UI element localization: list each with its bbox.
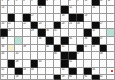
block-cell bbox=[31, 22, 39, 30]
crossword-cell[interactable] bbox=[38, 52, 46, 60]
crossword-cell[interactable] bbox=[77, 37, 85, 45]
crossword-cell[interactable]: 27 bbox=[100, 22, 108, 30]
clue-number: 61 bbox=[85, 75, 88, 78]
cell-with-red-mark[interactable] bbox=[107, 68, 115, 76]
crossword-cell[interactable]: 18 bbox=[61, 14, 69, 22]
crossword-cell[interactable]: 38 bbox=[0, 45, 8, 53]
block-cell bbox=[61, 37, 69, 45]
crossword-cell[interactable]: 54 bbox=[31, 68, 39, 76]
crossword-cell[interactable] bbox=[23, 29, 31, 37]
crossword-cell[interactable]: 24 bbox=[61, 22, 69, 30]
clue-number: 62 bbox=[100, 75, 103, 78]
crossword-cell[interactable] bbox=[23, 75, 31, 80]
crossword-cell[interactable]: 25 bbox=[69, 22, 77, 30]
crossword-cell[interactable] bbox=[8, 6, 16, 14]
crossword-cell[interactable] bbox=[100, 29, 108, 37]
block-cell bbox=[31, 60, 39, 68]
crossword-cell[interactable] bbox=[107, 6, 115, 14]
clue-number: 42 bbox=[85, 45, 88, 48]
crossword-cell[interactable] bbox=[8, 37, 16, 45]
crossword-cell[interactable] bbox=[46, 60, 54, 68]
clue-number: 38 bbox=[1, 45, 4, 48]
crossword-cell[interactable] bbox=[107, 75, 115, 80]
crossword-cell[interactable]: 47 bbox=[77, 52, 85, 60]
clue-number: 58 bbox=[16, 75, 19, 78]
clue-number: 36 bbox=[85, 37, 88, 40]
clue-number: 44 bbox=[1, 52, 4, 55]
clue-number: 33 bbox=[1, 37, 4, 40]
crossword-cell[interactable]: 62 bbox=[100, 75, 108, 80]
clue-number: 60 bbox=[69, 75, 72, 78]
crossword-cell[interactable] bbox=[107, 52, 115, 60]
crossword-cell[interactable]: 14 bbox=[38, 6, 46, 14]
clue-number: 59 bbox=[62, 75, 65, 78]
crossword-cell[interactable]: 19 bbox=[84, 14, 92, 22]
block-cell bbox=[8, 60, 16, 68]
clue-number: 25 bbox=[69, 22, 72, 25]
crossword-cell[interactable] bbox=[107, 14, 115, 22]
crossword-cell[interactable]: 52 bbox=[0, 68, 8, 76]
crossword-cell[interactable] bbox=[84, 22, 92, 30]
crossword-cell[interactable] bbox=[92, 52, 100, 60]
clue-number: 53 bbox=[23, 68, 26, 71]
crossword-cell[interactable] bbox=[100, 68, 108, 76]
clue-number: 39 bbox=[23, 45, 26, 48]
crossword-cell[interactable]: 58 bbox=[15, 75, 23, 80]
clue-number: 22 bbox=[23, 22, 26, 25]
crossword-cell[interactable]: 60 bbox=[69, 75, 77, 80]
crossword-cell[interactable] bbox=[77, 68, 85, 76]
crossword-cell[interactable]: 42 bbox=[84, 45, 92, 53]
crossword-cell[interactable] bbox=[23, 37, 31, 45]
crossword-cell[interactable] bbox=[23, 6, 31, 14]
crossword-cell[interactable] bbox=[69, 45, 77, 53]
block-cell bbox=[84, 29, 92, 37]
crossword-cell[interactable] bbox=[0, 14, 8, 22]
block-cell bbox=[69, 52, 77, 60]
clue-number: 17 bbox=[31, 14, 34, 17]
highlighted-cell-teal[interactable] bbox=[15, 37, 23, 45]
block-cell bbox=[61, 6, 69, 14]
clue-number: 24 bbox=[62, 22, 65, 25]
crossword-cell[interactable]: 43 bbox=[92, 45, 100, 53]
crossword-cell[interactable] bbox=[100, 60, 108, 68]
crossword-cell[interactable] bbox=[77, 6, 85, 14]
crossword-cell[interactable] bbox=[92, 60, 100, 68]
crossword-cell[interactable] bbox=[84, 6, 92, 14]
crossword-cell[interactable] bbox=[31, 75, 39, 80]
crossword-cell[interactable] bbox=[69, 29, 77, 37]
crossword-cell[interactable] bbox=[38, 14, 46, 22]
crossword-cell[interactable] bbox=[23, 52, 31, 60]
crossword-cell[interactable]: 34 bbox=[38, 37, 46, 45]
clue-number: 52 bbox=[1, 68, 4, 71]
block-cell bbox=[54, 75, 62, 80]
clue-number: 13 bbox=[1, 6, 4, 9]
crossword-cell[interactable]: 51 bbox=[69, 60, 77, 68]
clue-number: 51 bbox=[69, 60, 72, 63]
clue-number: 54 bbox=[31, 68, 34, 71]
block-cell bbox=[92, 75, 100, 80]
clue-number: 57 bbox=[1, 75, 4, 78]
clue-number: 35 bbox=[69, 37, 72, 40]
block-cell bbox=[92, 37, 100, 45]
crossword-cell[interactable] bbox=[46, 52, 54, 60]
crossword-cell[interactable]: 17 bbox=[31, 14, 39, 22]
crossword-cell[interactable]: 46 bbox=[54, 52, 62, 60]
crossword-cell[interactable]: 20 bbox=[0, 22, 8, 30]
crossword-cell[interactable] bbox=[54, 68, 62, 76]
crossword-cell[interactable]: 48 bbox=[100, 52, 108, 60]
clue-number: 5 bbox=[31, 0, 32, 2]
crossword-cell[interactable] bbox=[107, 60, 115, 68]
crossword-cell[interactable] bbox=[46, 6, 54, 14]
crossword-cell[interactable] bbox=[54, 6, 62, 14]
crossword-cell[interactable] bbox=[31, 6, 39, 14]
crossword-cell[interactable]: 29 bbox=[31, 29, 39, 37]
clue-number: 18 bbox=[62, 14, 65, 17]
crossword-cell[interactable]: 50 bbox=[38, 60, 46, 68]
crossword-cell[interactable]: 35 bbox=[69, 37, 77, 45]
clue-number: 27 bbox=[100, 22, 103, 25]
block-cell bbox=[100, 45, 108, 53]
clue-number: 34 bbox=[39, 37, 42, 40]
crossword-cell[interactable] bbox=[15, 6, 23, 14]
clue-number: 14 bbox=[39, 6, 42, 9]
clue-number: 26 bbox=[77, 22, 80, 25]
crossword-cell[interactable]: 16 bbox=[92, 6, 100, 14]
crossword-cell[interactable]: 31 bbox=[54, 29, 62, 37]
clue-number: 45 bbox=[16, 52, 19, 55]
crossword-cell[interactable]: 45 bbox=[15, 52, 23, 60]
clue-number: 55 bbox=[62, 68, 65, 71]
block-cell bbox=[0, 29, 8, 37]
clue-number: 47 bbox=[77, 52, 80, 55]
crossword-cell[interactable]: 33 bbox=[0, 37, 8, 45]
block-cell bbox=[54, 45, 62, 53]
clue-number: 9 bbox=[77, 0, 78, 2]
clue-number: 12 bbox=[108, 0, 111, 2]
crossword-cell[interactable]: 21 bbox=[8, 22, 16, 30]
clue-number: 50 bbox=[39, 60, 42, 63]
crossword-app: 1234567891011121314151617181920212223242… bbox=[0, 0, 115, 80]
block-cell bbox=[92, 22, 100, 30]
block-cell bbox=[15, 68, 23, 76]
clue-number: 29 bbox=[31, 29, 34, 32]
block-cell bbox=[61, 60, 69, 68]
crossword-cell[interactable]: 13 bbox=[0, 6, 8, 14]
crossword-cell[interactable] bbox=[31, 45, 39, 53]
crossword-cell[interactable] bbox=[46, 68, 54, 76]
block-cell bbox=[23, 14, 31, 22]
crossword-cell[interactable] bbox=[46, 75, 54, 80]
red-letter-mark bbox=[111, 70, 113, 73]
clue-number: 23 bbox=[39, 22, 42, 25]
crossword-cell[interactable] bbox=[38, 45, 46, 53]
crossword-cell[interactable] bbox=[31, 37, 39, 45]
crossword-cell[interactable]: 41 bbox=[61, 45, 69, 53]
crossword-cell[interactable]: 57 bbox=[0, 75, 8, 80]
crossword-cell[interactable] bbox=[107, 22, 115, 30]
crossword-cell[interactable]: 59 bbox=[61, 75, 69, 80]
crossword-cell[interactable] bbox=[100, 6, 108, 14]
block-cell bbox=[61, 52, 69, 60]
crossword-cell[interactable]: 55 bbox=[61, 68, 69, 76]
crossword-cell[interactable]: 32 bbox=[92, 29, 100, 37]
crossword-cell[interactable]: 36 bbox=[84, 37, 92, 45]
clue-number: 32 bbox=[92, 29, 95, 32]
highlighted-cell-teal[interactable] bbox=[107, 29, 115, 37]
clue-number: 3 bbox=[16, 0, 17, 2]
crossword-board: 1234567891011121314151617181920212223242… bbox=[0, 0, 115, 80]
block-cell bbox=[54, 22, 62, 30]
clue-number: 4 bbox=[23, 0, 24, 2]
block-cell bbox=[84, 68, 92, 76]
clue-number: 7 bbox=[54, 0, 55, 2]
block-cell bbox=[69, 14, 77, 22]
crossword-cell[interactable]: 37 bbox=[100, 37, 108, 45]
block-cell bbox=[77, 14, 85, 22]
clue-number: 2 bbox=[8, 0, 9, 2]
clue-number: 10 bbox=[85, 0, 88, 2]
crossword-cell[interactable]: 44 bbox=[0, 52, 8, 60]
block-cell bbox=[38, 29, 46, 37]
crossword-cell[interactable] bbox=[8, 68, 16, 76]
crossword-cell[interactable] bbox=[54, 37, 62, 45]
crossword-cell[interactable] bbox=[61, 29, 69, 37]
clue-number: 46 bbox=[54, 52, 57, 55]
crossword-cell[interactable] bbox=[84, 52, 92, 60]
crossword-cell[interactable] bbox=[8, 52, 16, 60]
crossword-cell[interactable] bbox=[15, 29, 23, 37]
highlighted-cell-yellow[interactable] bbox=[8, 45, 16, 53]
crossword-cell[interactable] bbox=[54, 60, 62, 68]
crossword-cell[interactable] bbox=[46, 14, 54, 22]
block-cell bbox=[77, 45, 85, 53]
crossword-cell[interactable]: 39 bbox=[23, 45, 31, 53]
crossword-cell[interactable] bbox=[77, 60, 85, 68]
crossword-cell[interactable] bbox=[31, 52, 39, 60]
clue-number: 41 bbox=[62, 45, 65, 48]
clue-number: 49 bbox=[16, 60, 19, 63]
block-cell bbox=[69, 68, 77, 76]
clue-number: 15 bbox=[69, 6, 72, 9]
crossword-cell[interactable] bbox=[8, 75, 16, 80]
clue-number: 40 bbox=[46, 45, 49, 48]
clue-number: 16 bbox=[92, 6, 95, 9]
block-cell bbox=[46, 37, 54, 45]
clue-number: 43 bbox=[92, 45, 95, 48]
crossword-cell[interactable]: 28 bbox=[8, 29, 16, 37]
crossword-cell[interactable] bbox=[84, 60, 92, 68]
crossword-cell[interactable]: 26 bbox=[77, 22, 85, 30]
clue-number: 21 bbox=[8, 22, 11, 25]
clue-number: 1 bbox=[1, 0, 2, 2]
crossword-cell[interactable] bbox=[77, 75, 85, 80]
crossword-cell[interactable] bbox=[107, 37, 115, 45]
crossword-cell[interactable]: 22 bbox=[23, 22, 31, 30]
crossword-cell[interactable]: 61 bbox=[84, 75, 92, 80]
clue-number: 20 bbox=[1, 22, 4, 25]
crossword-cell[interactable] bbox=[23, 60, 31, 68]
clue-number: 31 bbox=[54, 29, 57, 32]
crossword-cell[interactable] bbox=[54, 14, 62, 22]
crossword-cell[interactable] bbox=[107, 45, 115, 53]
crossword-cell[interactable] bbox=[100, 14, 108, 22]
crossword-cell[interactable] bbox=[38, 75, 46, 80]
crossword-cell[interactable] bbox=[77, 29, 85, 37]
crossword-cell[interactable]: 53 bbox=[23, 68, 31, 76]
clue-number: 30 bbox=[46, 29, 49, 32]
clue-number: 37 bbox=[100, 37, 103, 40]
crossword-cell[interactable] bbox=[46, 22, 54, 30]
crossword-cell[interactable] bbox=[92, 14, 100, 22]
crossword-cell[interactable] bbox=[38, 68, 46, 76]
clue-number: 48 bbox=[100, 52, 103, 55]
crossword-cell[interactable]: 49 bbox=[15, 60, 23, 68]
clue-number: 8 bbox=[69, 0, 70, 2]
crossword-cell[interactable]: 15 bbox=[69, 6, 77, 14]
clue-number: 6 bbox=[46, 0, 47, 2]
crossword-cell[interactable] bbox=[15, 45, 23, 53]
clue-number: 19 bbox=[85, 14, 88, 17]
clue-number: 28 bbox=[8, 29, 11, 32]
crossword-cell[interactable] bbox=[15, 22, 23, 30]
crossword-cell[interactable]: 23 bbox=[38, 22, 46, 30]
crossword-cell[interactable]: 56 bbox=[92, 68, 100, 76]
block-cell bbox=[8, 14, 16, 22]
clue-number: 11 bbox=[100, 0, 102, 2]
crossword-cell[interactable] bbox=[15, 14, 23, 22]
crossword-cell[interactable] bbox=[0, 60, 8, 68]
crossword-cell[interactable]: 30 bbox=[46, 29, 54, 37]
clue-number: 56 bbox=[92, 68, 95, 71]
crossword-cell[interactable]: 40 bbox=[46, 45, 54, 53]
